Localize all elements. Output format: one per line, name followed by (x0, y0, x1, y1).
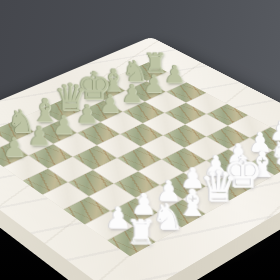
piece-white-rook: ♜ (124, 217, 158, 248)
scene-3d: ♜♞♝♛♚♝♞♜♟♟♟♟♟♟♟♟♟♟♟♟♟♟♟♟♜♞♝♛♚♝♞♜ (0, 0, 280, 280)
chess-set-product-photo: ♜♞♝♛♚♝♞♜♟♟♟♟♟♟♟♟♟♟♟♟♟♟♟♟♜♞♝♛♚♝♞♜ (0, 0, 280, 280)
marble-board-slab: ♜♞♝♛♚♝♞♜♟♟♟♟♟♟♟♟♟♟♟♟♟♟♟♟♜♞♝♛♚♝♞♜ (0, 37, 280, 280)
square-f4 (164, 125, 206, 148)
piece-green-pawn: ♟ (0, 136, 30, 160)
square-c5 (73, 146, 116, 170)
